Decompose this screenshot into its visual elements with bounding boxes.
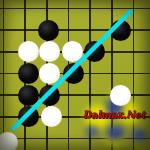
go-board[interactable]: Dalmax.Net (0, 0, 150, 150)
dalmax-logo-shape-6 (132, 129, 147, 141)
black-stone-1-5 (18, 106, 39, 127)
black-stone-3-3 (63, 63, 84, 84)
screenshot-root: Dalmax.Net (0, 0, 150, 150)
white-stone-2-5 (41, 106, 62, 127)
black-stone-2-1 (38, 20, 59, 41)
white-stone-0-6 (0, 132, 18, 150)
dalmax-logo-shape-5 (107, 126, 124, 140)
white-stone-5-4 (110, 85, 131, 106)
white-stone-2-2 (39, 41, 60, 62)
black-stone-2-4 (39, 85, 60, 106)
white-stone-3-2 (62, 41, 83, 62)
white-stone-2-3 (39, 63, 60, 84)
white-stone-1-2 (18, 41, 39, 62)
black-stone-1-3 (18, 63, 39, 84)
grid-line-horizontal-6 (0, 138, 150, 139)
black-stone-5-1 (110, 20, 131, 41)
grid-line-horizontal-0 (0, 8, 150, 9)
dalmax-logo-shape-7 (86, 127, 99, 136)
black-stone-4-2 (84, 41, 105, 62)
grid-line-vertical-0 (3, 0, 4, 150)
black-stone-1-4 (18, 85, 39, 106)
dalmax-watermark-text[interactable]: Dalmax.Net (83, 109, 140, 121)
grid-line-vertical-6 (133, 0, 134, 150)
